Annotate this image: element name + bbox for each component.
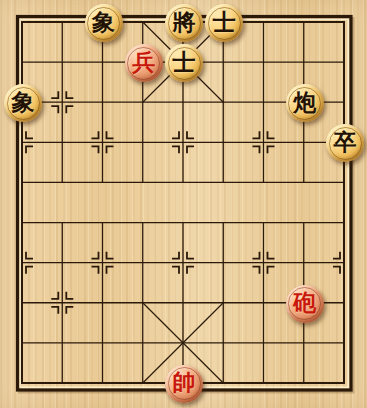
black-advisor-1-glyph: 士 bbox=[213, 11, 236, 34]
piece-red-soldier[interactable]: 兵 bbox=[125, 44, 163, 82]
black-elephant-1-glyph: 象 bbox=[92, 11, 115, 34]
red-general-glyph: 帥 bbox=[173, 371, 196, 394]
black-advisor-2-glyph: 士 bbox=[173, 51, 196, 74]
piece-black-advisor-1[interactable]: 士 bbox=[205, 4, 243, 42]
black-soldier-glyph: 卒 bbox=[334, 131, 357, 154]
black-general-glyph: 將 bbox=[173, 11, 196, 34]
piece-black-cannon[interactable]: 炮 bbox=[286, 84, 324, 122]
red-soldier-glyph: 兵 bbox=[132, 51, 155, 74]
pieces-layer: 象將士兵士象炮卒砲帥 bbox=[0, 0, 367, 408]
piece-black-elephant-1[interactable]: 象 bbox=[85, 4, 123, 42]
piece-black-advisor-2[interactable]: 士 bbox=[165, 44, 203, 82]
piece-black-elephant-2[interactable]: 象 bbox=[4, 84, 42, 122]
piece-red-cannon[interactable]: 砲 bbox=[286, 285, 324, 323]
piece-black-soldier[interactable]: 卒 bbox=[326, 124, 364, 162]
black-cannon-glyph: 炮 bbox=[293, 91, 316, 114]
piece-red-general[interactable]: 帥 bbox=[165, 365, 203, 403]
red-cannon-glyph: 砲 bbox=[293, 291, 316, 314]
xiangqi-board[interactable]: 象將士兵士象炮卒砲帥 bbox=[0, 0, 367, 408]
black-elephant-2-glyph: 象 bbox=[12, 91, 35, 114]
piece-black-general[interactable]: 將 bbox=[165, 4, 203, 42]
